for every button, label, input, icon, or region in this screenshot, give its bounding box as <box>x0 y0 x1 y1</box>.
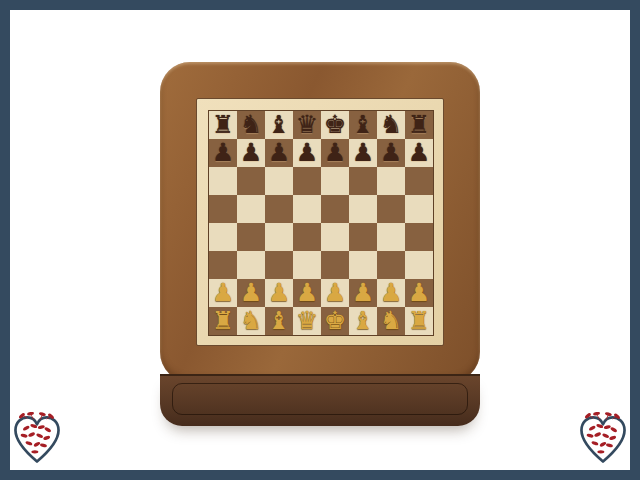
piece-black-bishop: ♝ <box>268 112 290 137</box>
leaf-icon <box>603 425 611 430</box>
leaf-icon <box>31 450 38 453</box>
square-c4 <box>265 223 293 251</box>
square-d8: ♛ <box>293 111 321 139</box>
square-d5 <box>293 195 321 223</box>
piece-white-knight: ♞ <box>380 308 402 333</box>
chess-box-drawer-front <box>160 374 480 426</box>
square-d4 <box>293 223 321 251</box>
piece-white-pawn: ♟ <box>352 280 374 305</box>
piece-white-pawn: ♟ <box>240 280 262 305</box>
square-c1: ♝ <box>265 307 293 335</box>
square-f6 <box>349 167 377 195</box>
piece-white-pawn: ♟ <box>296 280 318 305</box>
square-a3 <box>209 251 237 279</box>
square-g2: ♟ <box>377 279 405 307</box>
square-e4 <box>321 223 349 251</box>
leaf-icon <box>27 412 34 416</box>
square-c3 <box>265 251 293 279</box>
page-frame: ♜♞♝♛♚♝♞♜♟♟♟♟♟♟♟♟♟♟♟♟♟♟♟♟♜♞♝♛♚♝♞♜ <box>0 0 640 480</box>
chessboard-frame: ♜♞♝♛♚♝♞♜♟♟♟♟♟♟♟♟♟♟♟♟♟♟♟♟♜♞♝♛♚♝♞♜ <box>196 98 444 346</box>
square-e1: ♚ <box>321 307 349 335</box>
piece-white-rook: ♜ <box>408 308 430 333</box>
leaf-icon <box>44 427 52 433</box>
square-f2: ♟ <box>349 279 377 307</box>
square-a4 <box>209 223 237 251</box>
piece-black-pawn: ♟ <box>324 140 346 165</box>
square-d1: ♛ <box>293 307 321 335</box>
square-f4 <box>349 223 377 251</box>
leaf-icon <box>593 412 600 416</box>
piece-white-pawn: ♟ <box>408 280 430 305</box>
leaf-icon <box>586 433 594 438</box>
chess-set-photo: ♜♞♝♛♚♝♞♜♟♟♟♟♟♟♟♟♟♟♟♟♟♟♟♟♜♞♝♛♚♝♞♜ <box>10 10 630 470</box>
square-h1: ♜ <box>405 307 433 335</box>
square-g8: ♞ <box>377 111 405 139</box>
piece-black-queen: ♛ <box>296 112 318 137</box>
square-e7: ♟ <box>321 139 349 167</box>
piece-black-pawn: ♟ <box>212 140 234 165</box>
square-b5 <box>237 195 265 223</box>
leaf-icon <box>33 441 41 447</box>
square-c5 <box>265 195 293 223</box>
square-c6 <box>265 167 293 195</box>
leaf-icon <box>20 433 28 438</box>
square-b8: ♞ <box>237 111 265 139</box>
square-g1: ♞ <box>377 307 405 335</box>
piece-white-pawn: ♟ <box>380 280 402 305</box>
square-d3 <box>293 251 321 279</box>
leaf-icon <box>609 435 617 441</box>
square-h2: ♟ <box>405 279 433 307</box>
piece-white-rook: ♜ <box>212 308 234 333</box>
piece-black-bishop: ♝ <box>352 112 374 137</box>
piece-black-pawn: ♟ <box>268 140 290 165</box>
chessboard: ♜♞♝♛♚♝♞♜♟♟♟♟♟♟♟♟♟♟♟♟♟♟♟♟♜♞♝♛♚♝♞♜ <box>208 110 434 336</box>
leaf-icon <box>36 433 44 439</box>
square-a5 <box>209 195 237 223</box>
leaf-icon <box>22 425 30 431</box>
leaf-icon <box>28 432 36 438</box>
square-c2: ♟ <box>265 279 293 307</box>
square-g7: ♟ <box>377 139 405 167</box>
square-d7: ♟ <box>293 139 321 167</box>
square-e6 <box>321 167 349 195</box>
piece-black-pawn: ♟ <box>352 140 374 165</box>
square-h7: ♟ <box>405 139 433 167</box>
square-d6 <box>293 167 321 195</box>
piece-white-king: ♚ <box>324 308 346 333</box>
heart-outline-icon <box>15 417 58 461</box>
square-e8: ♚ <box>321 111 349 139</box>
square-g3 <box>377 251 405 279</box>
piece-black-rook: ♜ <box>212 112 234 137</box>
square-f1: ♝ <box>349 307 377 335</box>
square-b3 <box>237 251 265 279</box>
square-a8: ♜ <box>209 111 237 139</box>
square-f5 <box>349 195 377 223</box>
piece-black-rook: ♜ <box>408 112 430 137</box>
square-f7: ♟ <box>349 139 377 167</box>
square-c7: ♟ <box>265 139 293 167</box>
leaf-icon <box>606 443 614 448</box>
piece-white-knight: ♞ <box>240 308 262 333</box>
leaf-icon <box>610 427 618 433</box>
square-g5 <box>377 195 405 223</box>
square-b6 <box>237 167 265 195</box>
square-c8: ♝ <box>265 111 293 139</box>
square-a6 <box>209 167 237 195</box>
square-h6 <box>405 167 433 195</box>
leaf-icon <box>605 412 613 417</box>
piece-black-pawn: ♟ <box>408 140 430 165</box>
brand-leaf-heart-logo-right <box>576 412 630 468</box>
square-a7: ♟ <box>209 139 237 167</box>
square-h4 <box>405 223 433 251</box>
square-b2: ♟ <box>237 279 265 307</box>
square-b4 <box>237 223 265 251</box>
square-f3 <box>349 251 377 279</box>
leaf-icon <box>597 450 604 453</box>
piece-white-pawn: ♟ <box>212 280 234 305</box>
square-h3 <box>405 251 433 279</box>
square-b1: ♞ <box>237 307 265 335</box>
piece-white-bishop: ♝ <box>268 308 290 333</box>
square-d2: ♟ <box>293 279 321 307</box>
leaf-icon <box>599 441 607 447</box>
piece-black-pawn: ♟ <box>296 140 318 165</box>
square-g6 <box>377 167 405 195</box>
square-e5 <box>321 195 349 223</box>
heart-outline-icon <box>581 417 624 461</box>
leaf-icon <box>594 432 602 438</box>
piece-white-bishop: ♝ <box>352 308 374 333</box>
piece-black-knight: ♞ <box>380 112 402 137</box>
piece-black-pawn: ♟ <box>240 140 262 165</box>
piece-white-pawn: ♟ <box>268 280 290 305</box>
leaf-icon <box>602 433 610 439</box>
leaf-icon <box>37 425 45 430</box>
piece-black-pawn: ♟ <box>380 140 402 165</box>
square-g4 <box>377 223 405 251</box>
drawer-groove <box>172 383 468 415</box>
leaf-icon <box>39 412 47 417</box>
square-f8: ♝ <box>349 111 377 139</box>
square-a2: ♟ <box>209 279 237 307</box>
square-e3 <box>321 251 349 279</box>
piece-black-knight: ♞ <box>240 112 262 137</box>
square-h5 <box>405 195 433 223</box>
square-b7: ♟ <box>237 139 265 167</box>
leaf-icon <box>591 440 599 446</box>
square-e2: ♟ <box>321 279 349 307</box>
leaf-icon <box>25 440 33 446</box>
leaf-icon <box>43 435 51 441</box>
piece-white-queen: ♛ <box>296 308 318 333</box>
leaf-icon <box>588 425 596 431</box>
piece-black-king: ♚ <box>324 112 346 137</box>
square-a1: ♜ <box>209 307 237 335</box>
square-h8: ♜ <box>405 111 433 139</box>
piece-white-pawn: ♟ <box>324 280 346 305</box>
brand-leaf-heart-logo-left <box>10 412 64 468</box>
leaf-icon <box>40 443 48 448</box>
